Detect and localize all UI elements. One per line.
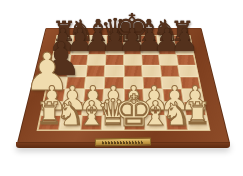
square-h5[interactable]: [178, 65, 198, 76]
white-r-h1[interactable]: ♜: [184, 99, 211, 129]
square-d5[interactable]: [105, 65, 124, 76]
piece-layer: ♜♞♝♛♚♝♞♜♟♟♟♟♟♟♟♟♟♟♟♟♟♟♟♟♜♞♝♛♚♝♞♜♟♟: [0, 0, 243, 176]
square-e5[interactable]: [124, 65, 143, 76]
brass-nameplate: [95, 138, 151, 147]
square-c5[interactable]: [86, 65, 105, 76]
nameplate-engraving: [102, 141, 144, 144]
square-g5[interactable]: [160, 65, 180, 76]
square-f5[interactable]: [142, 65, 161, 76]
chess-photo-stage: ♜♞♝♛♚♝♞♜♟♟♟♟♟♟♟♟♟♟♟♟♟♟♟♟♜♞♝♛♚♝♞♜♟♟: [0, 0, 243, 176]
black-p-h7[interactable]: ♟: [170, 25, 198, 57]
